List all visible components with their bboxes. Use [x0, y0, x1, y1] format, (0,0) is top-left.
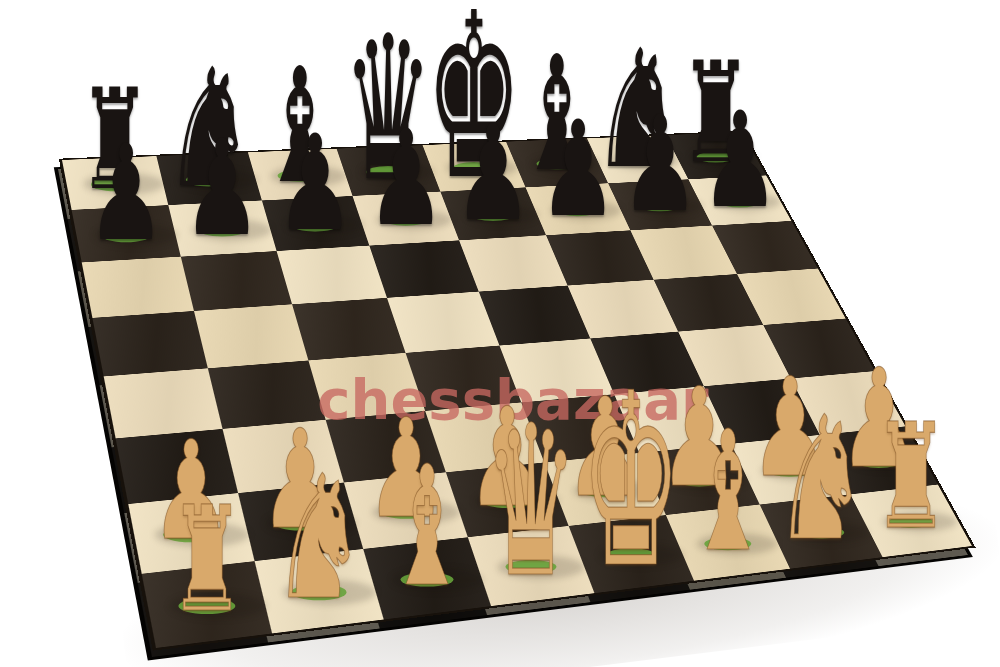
square-b8 — [156, 152, 261, 205]
square-a7 — [72, 205, 181, 262]
square-a8 — [62, 156, 168, 210]
square-b1 — [255, 549, 384, 633]
square-b3 — [223, 420, 344, 493]
square-c4 — [308, 353, 425, 420]
square-c8 — [248, 149, 353, 201]
square-b6 — [181, 251, 292, 311]
square-c6 — [277, 246, 387, 305]
square-a1 — [142, 561, 272, 648]
square-b2 — [238, 483, 363, 562]
square-c7 — [262, 196, 369, 251]
square-c5 — [292, 298, 405, 361]
square-a6 — [82, 257, 194, 318]
square-b7 — [168, 200, 276, 256]
square-a3 — [116, 429, 238, 504]
chess-set-photo: chessbazaar ♜♞♝♚♛♝♞♜♟♟♟♟♟♟♟♟♟♟♟♟♟♟♜♟♞♟♝♚… — [0, 0, 1000, 667]
square-a5 — [92, 311, 207, 376]
square-a4 — [104, 368, 223, 438]
square-b5 — [194, 304, 308, 368]
square-a2 — [128, 493, 254, 574]
square-b4 — [208, 360, 326, 428]
